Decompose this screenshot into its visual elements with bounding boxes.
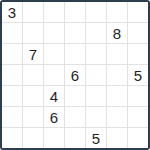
cell-r3c5[interactable] bbox=[86, 44, 106, 64]
cell-r4c3[interactable] bbox=[44, 65, 64, 85]
cell-r2c3[interactable] bbox=[44, 23, 64, 43]
cell-r5c5[interactable] bbox=[86, 86, 106, 106]
cell-r5c3[interactable]: 4 bbox=[44, 86, 64, 106]
cell-r6c3[interactable]: 6 bbox=[44, 107, 64, 127]
cell-r1c1[interactable]: 3 bbox=[2, 2, 22, 22]
cell-r1c7[interactable] bbox=[128, 2, 148, 22]
cell-r2c4[interactable] bbox=[65, 23, 85, 43]
cell-r2c5[interactable] bbox=[86, 23, 106, 43]
cell-r5c1[interactable] bbox=[2, 86, 22, 106]
cell-r6c4[interactable] bbox=[65, 107, 85, 127]
cell-r7c7[interactable] bbox=[128, 128, 148, 148]
cell-r2c2[interactable] bbox=[23, 23, 43, 43]
cell-r4c5[interactable] bbox=[86, 65, 106, 85]
cell-r3c6[interactable] bbox=[107, 44, 127, 64]
cell-r1c5[interactable] bbox=[86, 2, 106, 22]
cell-r3c2[interactable]: 7 bbox=[23, 44, 43, 64]
cell-r4c1[interactable] bbox=[2, 65, 22, 85]
cell-r7c6[interactable] bbox=[107, 128, 127, 148]
cell-r1c3[interactable] bbox=[44, 2, 64, 22]
cell-r1c6[interactable] bbox=[107, 2, 127, 22]
cell-r7c4[interactable] bbox=[65, 128, 85, 148]
cell-r6c6[interactable] bbox=[107, 107, 127, 127]
cell-r1c2[interactable] bbox=[23, 2, 43, 22]
cell-r6c2[interactable] bbox=[23, 107, 43, 127]
cell-r7c3[interactable] bbox=[44, 128, 64, 148]
cell-r7c2[interactable] bbox=[23, 128, 43, 148]
cell-r5c2[interactable] bbox=[23, 86, 43, 106]
cell-r4c4[interactable]: 6 bbox=[65, 65, 85, 85]
cell-r2c7[interactable] bbox=[128, 23, 148, 43]
cell-r7c5[interactable]: 5 bbox=[86, 128, 106, 148]
cell-r6c1[interactable] bbox=[2, 107, 22, 127]
cell-r4c2[interactable] bbox=[23, 65, 43, 85]
cell-r1c4[interactable] bbox=[65, 2, 85, 22]
cell-r5c7[interactable] bbox=[128, 86, 148, 106]
cell-r2c6[interactable]: 8 bbox=[107, 23, 127, 43]
cell-r3c3[interactable] bbox=[44, 44, 64, 64]
cell-r2c1[interactable] bbox=[2, 23, 22, 43]
cell-r4c6[interactable] bbox=[107, 65, 127, 85]
cell-r3c4[interactable] bbox=[65, 44, 85, 64]
cell-r7c1[interactable] bbox=[2, 128, 22, 148]
cell-r6c5[interactable] bbox=[86, 107, 106, 127]
cell-r5c4[interactable] bbox=[65, 86, 85, 106]
cell-r3c1[interactable] bbox=[2, 44, 22, 64]
cell-r3c7[interactable] bbox=[128, 44, 148, 64]
cell-r4c7[interactable]: 5 bbox=[128, 65, 148, 85]
cell-r6c7[interactable] bbox=[128, 107, 148, 127]
puzzle-board: 38765465 bbox=[0, 0, 150, 150]
cell-r5c6[interactable] bbox=[107, 86, 127, 106]
